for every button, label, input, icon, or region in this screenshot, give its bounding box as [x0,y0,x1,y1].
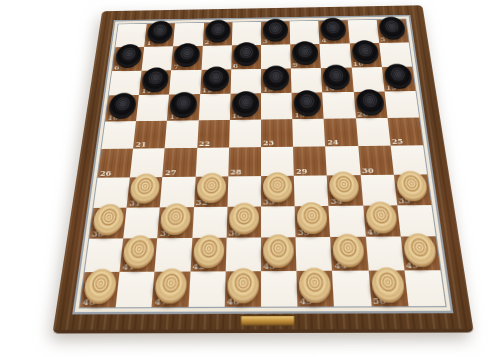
square-28[interactable]: 28 [228,147,261,176]
white-man-33[interactable] [263,172,292,202]
square-light [323,92,356,119]
black-man-8[interactable] [233,42,259,66]
white-man-36[interactable] [92,204,125,236]
black-man-12[interactable] [202,66,229,91]
square-light [116,272,155,307]
black-man-11[interactable] [141,67,169,92]
white-man-44[interactable] [333,234,366,268]
square-4[interactable]: 4 [319,20,350,43]
black-man-16[interactable] [108,93,138,119]
black-man-1[interactable] [147,21,174,44]
square-36[interactable]: 36 [89,207,127,239]
square-light [160,177,195,207]
square-light [261,206,296,238]
square-3[interactable]: 3 [261,21,290,44]
black-man-13[interactable] [263,65,290,90]
white-man-32[interactable] [196,173,226,203]
square-light [109,70,142,95]
square-47[interactable]: 47 [152,272,190,307]
white-man-48[interactable] [227,268,259,303]
square-12[interactable]: 12 [200,69,231,94]
board-grid: 1234567891011121314151617181920212223242… [79,19,447,309]
square-light [198,94,230,121]
square-light [123,207,160,239]
square-37[interactable]: 37 [158,207,194,239]
square-32[interactable]: 32 [194,176,228,206]
square-25[interactable]: 25 [387,118,423,146]
square-number: 25 [392,137,404,144]
square-number: 29 [296,167,308,175]
square-11[interactable]: 11 [139,70,171,95]
black-man-9[interactable] [292,41,319,65]
draughts-board: 1234567891011121314151617181920212223242… [52,5,473,333]
square-20[interactable]: 20 [353,92,387,119]
square-number: 27 [165,168,177,176]
square-8[interactable]: 8 [231,45,261,69]
white-man-39[interactable] [297,202,328,234]
square-44[interactable]: 44 [331,237,369,271]
square-34[interactable]: 34 [327,175,363,206]
white-man-46[interactable] [83,268,118,303]
square-45[interactable]: 45 [401,237,441,271]
black-man-6[interactable] [114,44,142,68]
square-21[interactable]: 21 [133,121,167,149]
square-light [165,121,198,149]
square-number: 28 [230,168,241,176]
white-man-31[interactable] [129,174,160,204]
square-number: 26 [100,169,112,177]
square-41[interactable]: 41 [120,239,158,273]
black-man-3[interactable] [263,19,289,42]
square-10[interactable]: 10 [349,43,381,67]
black-man-2[interactable] [205,20,231,43]
square-light [261,93,292,120]
square-46[interactable]: 46 [80,272,120,307]
square-39[interactable]: 39 [295,206,331,238]
square-18[interactable]: 18 [230,94,261,121]
square-27[interactable]: 27 [163,148,197,177]
square-light [292,119,325,147]
black-man-7[interactable] [174,43,201,67]
square-light [365,237,404,271]
square-2[interactable]: 2 [203,22,233,45]
square-light [85,239,124,272]
square-light [227,176,261,207]
square-13[interactable]: 13 [261,68,292,93]
square-29[interactable]: 29 [293,146,327,175]
white-man-38[interactable] [229,203,259,235]
square-35[interactable]: 35 [394,174,432,205]
square-light [136,95,169,121]
black-man-17[interactable] [169,92,197,118]
white-man-47[interactable] [155,268,188,303]
square-38[interactable]: 38 [226,206,261,238]
square-number: 30 [362,166,374,174]
photo-canvas: 1234567891011121314151617181920212223242… [0,0,500,357]
square-42[interactable]: 42 [190,238,226,272]
square-light [155,238,192,272]
square-light [296,237,333,271]
square-light [356,118,391,146]
square-light [294,175,329,206]
square-light [397,205,436,237]
black-man-19[interactable] [294,90,322,116]
board-border-margin: 1234567891011121314151617181920212223242… [72,15,453,315]
square-5[interactable]: 5 [376,19,408,42]
square-light [404,270,445,306]
square-48[interactable]: 48 [225,271,261,306]
square-26[interactable]: 26 [98,149,134,178]
square-1[interactable]: 1 [144,23,175,46]
brass-plaque [240,315,295,326]
square-light [94,177,131,207]
square-light [225,238,261,272]
square-light [329,205,366,237]
square-light [384,91,419,118]
square-light [188,272,225,307]
square-23[interactable]: 23 [261,119,293,147]
square-light [192,206,227,238]
square-40[interactable]: 40 [363,205,401,237]
square-light [229,120,261,148]
square-6[interactable]: 6 [112,47,144,71]
square-15[interactable]: 15 [382,66,416,92]
square-14[interactable]: 14 [321,67,353,92]
black-man-14[interactable] [323,65,351,90]
square-light [360,175,397,206]
black-man-18[interactable] [232,91,259,117]
board-shadow-wrap: 1234567891011121314151617181920212223242… [0,0,500,357]
square-50[interactable]: 50 [368,271,408,307]
square-30[interactable]: 30 [358,146,394,175]
square-17[interactable]: 17 [167,94,200,120]
white-man-49[interactable] [299,267,332,302]
square-number: 23 [263,139,274,146]
square-light [332,271,371,307]
square-light [102,121,137,149]
square-9[interactable]: 9 [290,44,321,68]
square-33[interactable]: 33 [261,176,295,207]
white-man-37[interactable] [160,203,192,235]
square-number: 22 [199,140,210,147]
square-43[interactable]: 43 [261,238,297,272]
square-49[interactable]: 49 [297,271,335,307]
square-16[interactable]: 16 [105,95,139,121]
square-number: 21 [135,140,147,147]
white-man-43[interactable] [263,234,294,268]
square-7[interactable]: 7 [171,46,202,70]
square-24[interactable]: 24 [324,119,358,147]
white-man-41[interactable] [122,235,155,268]
square-number: 24 [327,138,339,145]
square-31[interactable]: 31 [127,177,163,207]
square-19[interactable]: 19 [292,93,324,120]
square-light [261,271,298,306]
white-man-42[interactable] [193,235,225,268]
square-22[interactable]: 22 [197,120,230,148]
